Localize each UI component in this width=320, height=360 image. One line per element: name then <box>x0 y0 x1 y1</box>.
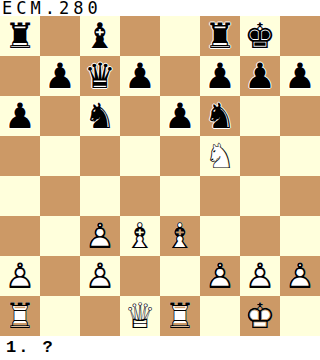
square-h6[interactable] <box>280 96 320 136</box>
square-d5[interactable] <box>120 136 160 176</box>
square-e7[interactable] <box>160 56 200 96</box>
white-pawn-h2: ♟♙ <box>280 256 320 296</box>
white-pawn-a2-outline: ♙ <box>0 256 40 296</box>
white-knight-f5: ♞♘ <box>200 136 240 176</box>
square-a5[interactable] <box>0 136 40 176</box>
white-king-g1: ♚♔ <box>240 296 280 336</box>
square-d1[interactable]: ♛♕ <box>120 296 160 336</box>
square-f2[interactable]: ♟♙ <box>200 256 240 296</box>
black-king-g8: ♚ <box>240 16 280 56</box>
square-c6[interactable]: ♞ <box>80 96 120 136</box>
square-d2[interactable] <box>120 256 160 296</box>
square-e5[interactable] <box>160 136 200 176</box>
square-h7[interactable]: ♟ <box>280 56 320 96</box>
square-f3[interactable] <box>200 216 240 256</box>
square-b4[interactable] <box>40 176 80 216</box>
black-queen-c7: ♛ <box>80 56 120 96</box>
white-bishop-d3: ♝♗ <box>120 216 160 256</box>
square-d6[interactable] <box>120 96 160 136</box>
move-prompt: 1. ? <box>0 336 55 360</box>
square-c3[interactable]: ♟♙ <box>80 216 120 256</box>
white-pawn-g2-outline: ♙ <box>240 256 280 296</box>
square-a7[interactable] <box>0 56 40 96</box>
square-g5[interactable] <box>240 136 280 176</box>
square-d4[interactable] <box>120 176 160 216</box>
black-knight-c6: ♞ <box>80 96 120 136</box>
black-pawn-f7: ♟ <box>200 56 240 96</box>
white-pawn-c3: ♟♙ <box>80 216 120 256</box>
square-e6[interactable]: ♟ <box>160 96 200 136</box>
black-bishop-c8: ♝ <box>80 16 120 56</box>
white-pawn-g2: ♟♙ <box>240 256 280 296</box>
white-pawn-f2: ♟♙ <box>200 256 240 296</box>
square-g8[interactable]: ♚ <box>240 16 280 56</box>
square-b5[interactable] <box>40 136 80 176</box>
white-pawn-f2-outline: ♙ <box>200 256 240 296</box>
diagram-title: ECM.280 <box>0 0 102 16</box>
square-h8[interactable] <box>280 16 320 56</box>
white-pawn-c3-outline: ♙ <box>80 216 120 256</box>
square-e3[interactable]: ♝♗ <box>160 216 200 256</box>
square-d8[interactable] <box>120 16 160 56</box>
square-f1[interactable] <box>200 296 240 336</box>
white-bishop-d3-outline: ♗ <box>120 216 160 256</box>
square-b8[interactable] <box>40 16 80 56</box>
square-e4[interactable] <box>160 176 200 216</box>
square-h1[interactable] <box>280 296 320 336</box>
black-rook-f8: ♜ <box>200 16 240 56</box>
white-bishop-e3: ♝♗ <box>160 216 200 256</box>
square-a6[interactable]: ♟ <box>0 96 40 136</box>
square-a2[interactable]: ♟♙ <box>0 256 40 296</box>
square-b6[interactable] <box>40 96 80 136</box>
white-king-g1-outline: ♔ <box>240 296 280 336</box>
square-g2[interactable]: ♟♙ <box>240 256 280 296</box>
white-rook-a1: ♜♖ <box>0 296 40 336</box>
square-g3[interactable] <box>240 216 280 256</box>
white-rook-e1-outline: ♖ <box>160 296 200 336</box>
white-pawn-c2-outline: ♙ <box>80 256 120 296</box>
square-g7[interactable]: ♟ <box>240 56 280 96</box>
white-bishop-e3-outline: ♗ <box>160 216 200 256</box>
white-queen-d1-outline: ♕ <box>120 296 160 336</box>
white-pawn-h2-outline: ♙ <box>280 256 320 296</box>
square-c4[interactable] <box>80 176 120 216</box>
square-c2[interactable]: ♟♙ <box>80 256 120 296</box>
black-rook-a8: ♜ <box>0 16 40 56</box>
square-g1[interactable]: ♚♔ <box>240 296 280 336</box>
white-rook-a1-outline: ♖ <box>0 296 40 336</box>
square-d3[interactable]: ♝♗ <box>120 216 160 256</box>
square-f8[interactable]: ♜ <box>200 16 240 56</box>
white-knight-f5-outline: ♘ <box>200 136 240 176</box>
square-d7[interactable]: ♟ <box>120 56 160 96</box>
black-pawn-e6: ♟ <box>160 96 200 136</box>
square-h4[interactable] <box>280 176 320 216</box>
square-h5[interactable] <box>280 136 320 176</box>
square-c1[interactable] <box>80 296 120 336</box>
white-queen-d1: ♛♕ <box>120 296 160 336</box>
square-e8[interactable] <box>160 16 200 56</box>
square-f7[interactable]: ♟ <box>200 56 240 96</box>
square-f4[interactable] <box>200 176 240 216</box>
square-h3[interactable] <box>280 216 320 256</box>
square-a4[interactable] <box>0 176 40 216</box>
square-f5[interactable]: ♞♘ <box>200 136 240 176</box>
black-pawn-d7: ♟ <box>120 56 160 96</box>
square-a3[interactable] <box>0 216 40 256</box>
square-g6[interactable] <box>240 96 280 136</box>
square-a8[interactable]: ♜ <box>0 16 40 56</box>
black-pawn-a6: ♟ <box>0 96 40 136</box>
square-c5[interactable] <box>80 136 120 176</box>
square-e1[interactable]: ♜♖ <box>160 296 200 336</box>
square-e2[interactable] <box>160 256 200 296</box>
chess-diagram-window: ECM.280 ♜♝♜♚♟♛♟♟♟♟♟♞♟♞♞♘♟♙♝♗♝♗♟♙♟♙♟♙♟♙♟♙… <box>0 0 320 360</box>
square-g4[interactable] <box>240 176 280 216</box>
square-h2[interactable]: ♟♙ <box>280 256 320 296</box>
white-pawn-c2: ♟♙ <box>80 256 120 296</box>
black-pawn-g7: ♟ <box>240 56 280 96</box>
chess-board: ♜♝♜♚♟♛♟♟♟♟♟♞♟♞♞♘♟♙♝♗♝♗♟♙♟♙♟♙♟♙♟♙♜♖♛♕♜♖♚♔ <box>0 16 320 336</box>
white-pawn-a2: ♟♙ <box>0 256 40 296</box>
square-b3[interactable] <box>40 216 80 256</box>
square-c8[interactable]: ♝ <box>80 16 120 56</box>
white-rook-e1: ♜♖ <box>160 296 200 336</box>
square-b1[interactable] <box>40 296 80 336</box>
footer: 1. ? <box>0 336 320 360</box>
black-pawn-h7: ♟ <box>280 56 320 96</box>
square-b2[interactable] <box>40 256 80 296</box>
square-c7[interactable]: ♛ <box>80 56 120 96</box>
square-f6[interactable]: ♞ <box>200 96 240 136</box>
header: ECM.280 <box>0 0 320 16</box>
black-pawn-b7: ♟ <box>40 56 80 96</box>
square-a1[interactable]: ♜♖ <box>0 296 40 336</box>
black-knight-f6: ♞ <box>200 96 240 136</box>
square-b7[interactable]: ♟ <box>40 56 80 96</box>
